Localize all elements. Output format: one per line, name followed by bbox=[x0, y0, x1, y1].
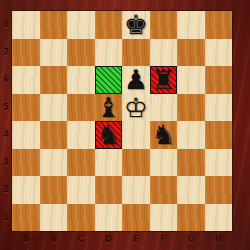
file-label-b: B bbox=[40, 234, 68, 246]
square-c3[interactable] bbox=[67, 149, 95, 177]
square-c8[interactable] bbox=[67, 11, 95, 39]
square-a7[interactable] bbox=[12, 39, 40, 67]
square-f6[interactable]: ♜ bbox=[150, 66, 178, 94]
square-c6[interactable] bbox=[67, 66, 95, 94]
square-g6[interactable] bbox=[177, 66, 205, 94]
square-h4[interactable] bbox=[205, 121, 233, 149]
rank-label-6: 6 bbox=[0, 66, 12, 94]
square-b1[interactable] bbox=[40, 204, 68, 232]
square-d8[interactable] bbox=[95, 11, 123, 39]
square-d4[interactable]: ♞ bbox=[95, 121, 123, 149]
rank-label-8: 8 bbox=[0, 11, 12, 39]
square-b3[interactable] bbox=[40, 149, 68, 177]
square-b4[interactable] bbox=[40, 121, 68, 149]
file-label-h: H bbox=[205, 234, 233, 246]
square-g1[interactable] bbox=[177, 204, 205, 232]
file-label-a: A bbox=[12, 234, 40, 246]
black-king[interactable]: ♚ bbox=[124, 11, 148, 39]
square-f7[interactable] bbox=[150, 39, 178, 67]
square-d3[interactable] bbox=[95, 149, 123, 177]
black-rook[interactable]: ♜ bbox=[151, 66, 175, 94]
square-b8[interactable] bbox=[40, 11, 68, 39]
square-h1[interactable] bbox=[205, 204, 233, 232]
square-g8[interactable] bbox=[177, 11, 205, 39]
black-pawn[interactable]: ♟ bbox=[124, 66, 148, 94]
square-e6[interactable]: ♟ bbox=[122, 66, 150, 94]
square-e4[interactable] bbox=[122, 121, 150, 149]
black-bishop[interactable]: ♝ bbox=[96, 94, 120, 122]
square-e2[interactable] bbox=[122, 176, 150, 204]
square-d7[interactable] bbox=[95, 39, 123, 67]
file-label-g: G bbox=[177, 234, 205, 246]
black-knight[interactable]: ♞ bbox=[151, 121, 175, 149]
square-b7[interactable] bbox=[40, 39, 68, 67]
square-h7[interactable] bbox=[205, 39, 233, 67]
square-b2[interactable] bbox=[40, 176, 68, 204]
square-h5[interactable] bbox=[205, 94, 233, 122]
square-f3[interactable] bbox=[150, 149, 178, 177]
square-e1[interactable] bbox=[122, 204, 150, 232]
square-a4[interactable] bbox=[12, 121, 40, 149]
square-g2[interactable] bbox=[177, 176, 205, 204]
black-knight[interactable]: ♞ bbox=[96, 121, 120, 149]
square-f4[interactable]: ♞ bbox=[150, 121, 178, 149]
square-g5[interactable] bbox=[177, 94, 205, 122]
square-f5[interactable] bbox=[150, 94, 178, 122]
square-g4[interactable] bbox=[177, 121, 205, 149]
square-h3[interactable] bbox=[205, 149, 233, 177]
file-label-c: C bbox=[67, 234, 95, 246]
white-king[interactable]: ♔ bbox=[124, 94, 148, 122]
file-label-e: E bbox=[122, 234, 150, 246]
square-d6[interactable] bbox=[95, 66, 123, 94]
square-c4[interactable] bbox=[67, 121, 95, 149]
square-a5[interactable] bbox=[12, 94, 40, 122]
rank-label-5: 5 bbox=[0, 94, 12, 122]
square-g7[interactable] bbox=[177, 39, 205, 67]
file-label-f: F bbox=[150, 234, 178, 246]
square-h6[interactable] bbox=[205, 66, 233, 94]
square-b6[interactable] bbox=[40, 66, 68, 94]
square-d2[interactable] bbox=[95, 176, 123, 204]
square-d1[interactable] bbox=[95, 204, 123, 232]
chessboard-frame: ♚♟♜♝♔♞♞ 87654321 ABCDEFGH bbox=[0, 0, 250, 250]
square-a1[interactable] bbox=[12, 204, 40, 232]
square-a6[interactable] bbox=[12, 66, 40, 94]
square-a3[interactable] bbox=[12, 149, 40, 177]
square-g3[interactable] bbox=[177, 149, 205, 177]
square-h2[interactable] bbox=[205, 176, 233, 204]
square-c7[interactable] bbox=[67, 39, 95, 67]
square-h8[interactable] bbox=[205, 11, 233, 39]
square-c1[interactable] bbox=[67, 204, 95, 232]
square-d5[interactable]: ♝ bbox=[95, 94, 123, 122]
rank-label-4: 4 bbox=[0, 121, 12, 149]
square-e8[interactable]: ♚ bbox=[122, 11, 150, 39]
square-e3[interactable] bbox=[122, 149, 150, 177]
square-f2[interactable] bbox=[150, 176, 178, 204]
square-c2[interactable] bbox=[67, 176, 95, 204]
file-label-d: D bbox=[95, 234, 123, 246]
rank-label-7: 7 bbox=[0, 39, 12, 67]
rank-label-2: 2 bbox=[0, 176, 12, 204]
square-a8[interactable] bbox=[12, 11, 40, 39]
square-f1[interactable] bbox=[150, 204, 178, 232]
rank-label-1: 1 bbox=[0, 204, 12, 232]
square-f8[interactable] bbox=[150, 11, 178, 39]
rank-label-3: 3 bbox=[0, 149, 12, 177]
square-e7[interactable] bbox=[122, 39, 150, 67]
square-e5[interactable]: ♔ bbox=[122, 94, 150, 122]
chessboard: ♚♟♜♝♔♞♞ bbox=[12, 11, 232, 231]
square-a2[interactable] bbox=[12, 176, 40, 204]
square-c5[interactable] bbox=[67, 94, 95, 122]
square-b5[interactable] bbox=[40, 94, 68, 122]
